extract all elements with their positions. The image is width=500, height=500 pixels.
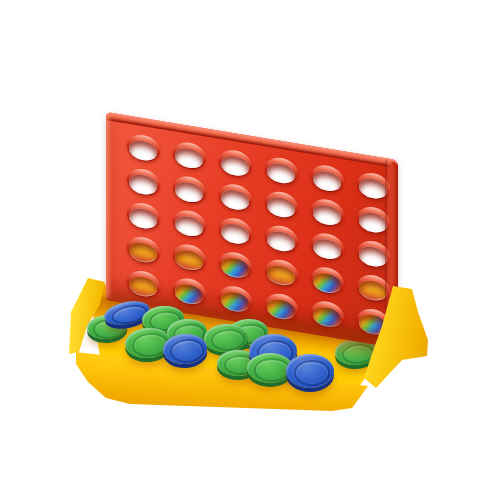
hole-opening [175, 146, 202, 170]
board-left-rail [106, 114, 112, 299]
hole-opening [175, 180, 202, 204]
board-hole [265, 257, 298, 288]
hole-opening [129, 207, 156, 231]
board-hole [173, 242, 206, 273]
hole-opening [359, 211, 386, 235]
board-hole [311, 163, 344, 194]
board-hole [173, 140, 206, 171]
hole-opening [313, 237, 340, 261]
hole-opening [313, 169, 340, 193]
hole-opening [267, 195, 294, 219]
board-hole [173, 174, 206, 205]
hole-opening [129, 173, 156, 197]
hole-opening [175, 282, 202, 306]
product-photo-connect-four [0, 0, 500, 500]
hole-opening [359, 279, 386, 303]
board-hole [219, 216, 252, 247]
hole-opening [129, 241, 156, 265]
hole-opening [359, 177, 386, 201]
hole-opening [267, 161, 294, 185]
board-hole [127, 234, 160, 265]
board-hole [127, 132, 160, 163]
hole-opening [221, 222, 248, 246]
board-hole [265, 223, 298, 254]
board-hole [311, 197, 344, 228]
board-hole [127, 200, 160, 231]
board-hole [265, 155, 298, 186]
hole-opening [221, 188, 248, 212]
hole-opening [359, 245, 386, 269]
board-hole [219, 284, 252, 315]
board-hole [127, 268, 160, 299]
hole-opening [267, 229, 294, 253]
hole-opening [313, 271, 340, 295]
disc-blue [286, 354, 334, 388]
hole-opening [129, 139, 156, 163]
board-hole [265, 189, 298, 220]
hole-opening [175, 248, 202, 272]
board-hole [173, 208, 206, 239]
hole-opening [129, 275, 156, 299]
board-hole [219, 182, 252, 213]
board-hole [173, 276, 206, 307]
board-hole [311, 265, 344, 296]
hole-opening [175, 214, 202, 238]
hole-opening [221, 290, 248, 314]
hole-opening [221, 256, 248, 280]
hole-opening [267, 263, 294, 287]
board-hole [127, 166, 160, 197]
hole-opening [221, 154, 248, 178]
board-hole [311, 231, 344, 262]
board-hole [219, 250, 252, 281]
hole-opening [313, 203, 340, 227]
board-hole [219, 148, 252, 179]
